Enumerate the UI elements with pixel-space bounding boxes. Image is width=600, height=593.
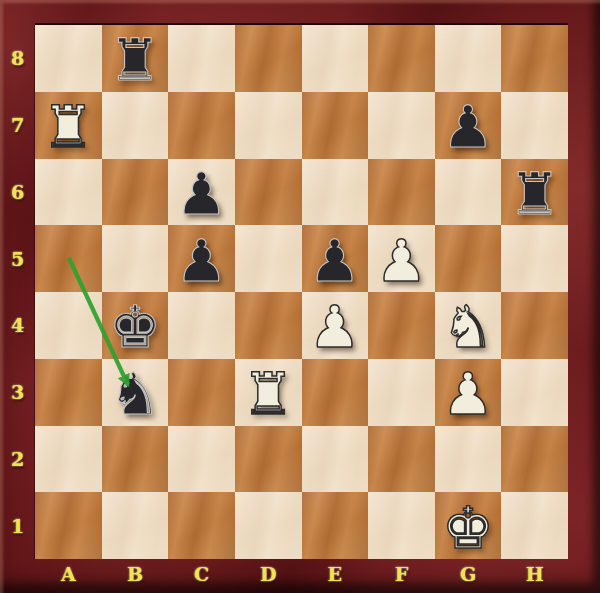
square-a3[interactable] — [35, 359, 102, 426]
black-rook-h6[interactable]: ♜ — [509, 165, 561, 223]
square-a7[interactable]: ♜ — [35, 92, 102, 159]
square-b7[interactable] — [102, 92, 169, 159]
square-e7[interactable] — [302, 92, 369, 159]
square-e5[interactable]: ♟ — [302, 225, 369, 292]
square-f2[interactable] — [368, 426, 435, 493]
rank-label-2: 2 — [0, 426, 35, 493]
square-e8[interactable] — [302, 25, 369, 92]
square-h1[interactable] — [501, 492, 568, 559]
black-pawn-e5[interactable]: ♟ — [309, 232, 361, 290]
square-a8[interactable] — [35, 25, 102, 92]
square-b2[interactable] — [102, 426, 169, 493]
square-h7[interactable] — [501, 92, 568, 159]
black-rook-b8[interactable]: ♜ — [109, 31, 161, 89]
square-g8[interactable] — [435, 25, 502, 92]
square-c6[interactable]: ♟ — [168, 159, 235, 226]
white-pawn-e4[interactable]: ♟ — [309, 298, 361, 356]
square-d1[interactable] — [235, 492, 302, 559]
black-king-b4[interactable]: ♚ — [109, 298, 161, 356]
square-d8[interactable] — [235, 25, 302, 92]
square-d2[interactable] — [235, 426, 302, 493]
square-a6[interactable] — [35, 159, 102, 226]
square-g3[interactable]: ♟ — [435, 359, 502, 426]
square-g6[interactable] — [435, 159, 502, 226]
square-a4[interactable] — [35, 292, 102, 359]
square-g2[interactable] — [435, 426, 502, 493]
rank-label-6: 6 — [0, 159, 35, 226]
square-f7[interactable] — [368, 92, 435, 159]
square-b4[interactable]: ♚ — [102, 292, 169, 359]
square-e4[interactable]: ♟ — [302, 292, 369, 359]
square-f6[interactable] — [368, 159, 435, 226]
square-d4[interactable] — [235, 292, 302, 359]
black-pawn-c5[interactable]: ♟ — [176, 232, 228, 290]
square-c2[interactable] — [168, 426, 235, 493]
square-b5[interactable] — [102, 225, 169, 292]
square-c8[interactable] — [168, 25, 235, 92]
square-d3[interactable]: ♜ — [235, 359, 302, 426]
square-e2[interactable] — [302, 426, 369, 493]
rank-label-4: 4 — [0, 292, 35, 359]
rank-label-5: 5 — [0, 225, 35, 292]
square-h8[interactable] — [501, 25, 568, 92]
rank-label-1: 1 — [0, 492, 35, 559]
square-b1[interactable] — [102, 492, 169, 559]
square-h4[interactable] — [501, 292, 568, 359]
square-h6[interactable]: ♜ — [501, 159, 568, 226]
square-f4[interactable] — [368, 292, 435, 359]
square-a1[interactable] — [35, 492, 102, 559]
white-king-g1[interactable]: ♚ — [442, 499, 494, 557]
square-f3[interactable] — [368, 359, 435, 426]
square-h2[interactable] — [501, 426, 568, 493]
board: ♜♜♟♟♜♟♟♟♚♟♞♞♜♟♚ — [35, 25, 568, 559]
square-b3[interactable]: ♞ — [102, 359, 169, 426]
square-c4[interactable] — [168, 292, 235, 359]
square-c1[interactable] — [168, 492, 235, 559]
square-d5[interactable] — [235, 225, 302, 292]
square-h5[interactable] — [501, 225, 568, 292]
rank-label-7: 7 — [0, 92, 35, 159]
square-c3[interactable] — [168, 359, 235, 426]
square-e3[interactable] — [302, 359, 369, 426]
rank-label-8: 8 — [0, 25, 35, 92]
square-g5[interactable] — [435, 225, 502, 292]
file-labels: ABCDEFGH — [35, 559, 568, 589]
black-pawn-g7[interactable]: ♟ — [442, 98, 494, 156]
square-g7[interactable]: ♟ — [435, 92, 502, 159]
black-pawn-c6[interactable]: ♟ — [176, 165, 228, 223]
file-label-g: G — [435, 559, 502, 589]
file-label-d: D — [235, 559, 302, 589]
square-a2[interactable] — [35, 426, 102, 493]
square-a5[interactable] — [35, 225, 102, 292]
file-label-a: A — [35, 559, 102, 589]
square-d7[interactable] — [235, 92, 302, 159]
file-label-f: F — [368, 559, 435, 589]
rank-labels: 87654321 — [0, 25, 35, 559]
square-d6[interactable] — [235, 159, 302, 226]
square-f5[interactable]: ♟ — [368, 225, 435, 292]
square-g1[interactable]: ♚ — [435, 492, 502, 559]
file-label-c: C — [168, 559, 235, 589]
rank-label-3: 3 — [0, 359, 35, 426]
square-b8[interactable]: ♜ — [102, 25, 169, 92]
square-e6[interactable] — [302, 159, 369, 226]
white-pawn-f5[interactable]: ♟ — [375, 232, 427, 290]
square-c7[interactable] — [168, 92, 235, 159]
file-label-e: E — [302, 559, 369, 589]
black-knight-b3[interactable]: ♞ — [109, 365, 161, 423]
square-f8[interactable] — [368, 25, 435, 92]
white-pawn-g3[interactable]: ♟ — [442, 365, 494, 423]
square-f1[interactable] — [368, 492, 435, 559]
square-c5[interactable]: ♟ — [168, 225, 235, 292]
file-label-b: B — [102, 559, 169, 589]
chess-diagram-frame: 87654321 ♜♜♟♟♜♟♟♟♚♟♞♞♜♟♚ ABCDEFGH — [0, 0, 600, 593]
square-g4[interactable]: ♞ — [435, 292, 502, 359]
square-h3[interactable] — [501, 359, 568, 426]
square-b6[interactable] — [102, 159, 169, 226]
square-e1[interactable] — [302, 492, 369, 559]
white-rook-a7[interactable]: ♜ — [42, 98, 94, 156]
white-knight-g4[interactable]: ♞ — [442, 298, 494, 356]
white-rook-d3[interactable]: ♜ — [242, 365, 294, 423]
file-label-h: H — [501, 559, 568, 589]
